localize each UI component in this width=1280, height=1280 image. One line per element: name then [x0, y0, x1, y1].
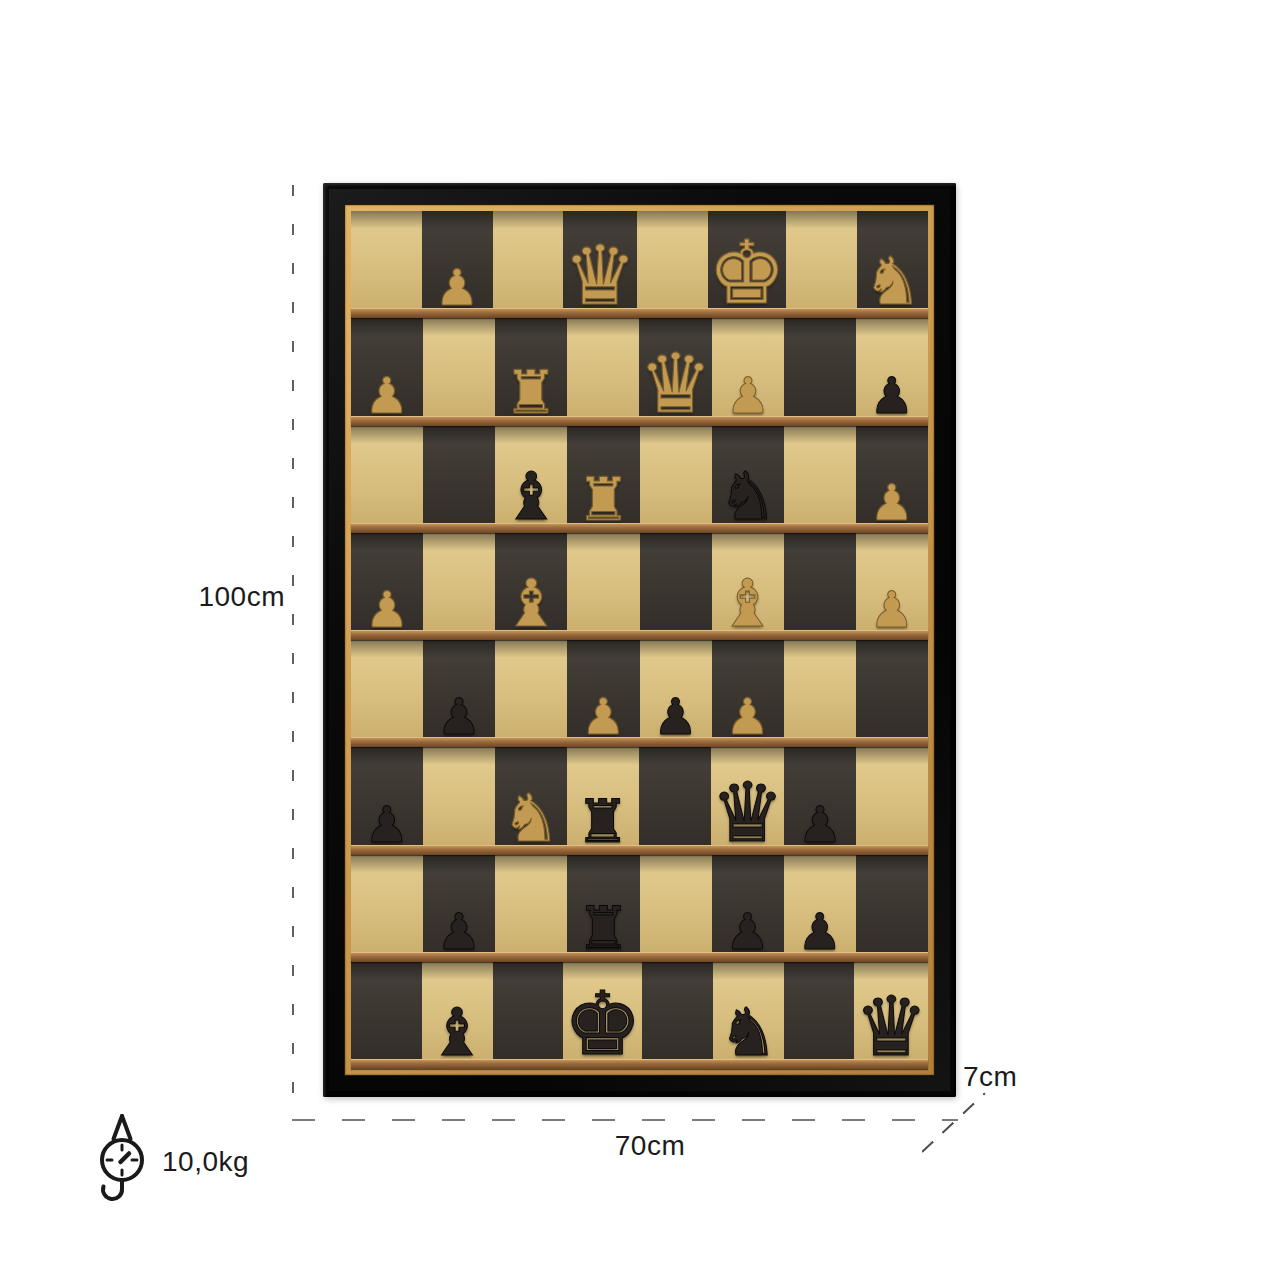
square-e3	[639, 747, 711, 854]
gold-rook: ♜	[504, 362, 558, 422]
hanging-scale-icon	[96, 1112, 148, 1208]
square-h1: ♛	[854, 962, 928, 1069]
square-d8: ♛	[563, 211, 637, 318]
square-d4: ♟	[567, 640, 639, 747]
dark-pawn: ♟	[437, 692, 482, 742]
dark-king: ♚	[563, 980, 642, 1068]
dark-bishop: ♝	[428, 1000, 487, 1066]
dark-pawn: ♟	[437, 907, 482, 957]
square-d2: ♜	[567, 855, 639, 962]
board-rank-3: ♟♞♜♛♟	[351, 747, 928, 854]
gold-knight: ♞	[501, 786, 560, 852]
gold-king: ♚	[708, 229, 787, 317]
square-a6	[351, 426, 423, 533]
square-c1	[493, 962, 564, 1069]
dark-knight: ♞	[719, 1000, 778, 1066]
square-g2: ♟	[784, 855, 856, 962]
gold-pawn: ♟	[435, 263, 480, 313]
dark-rook: ♜	[577, 898, 631, 958]
board-rank-6: ♝♜♞♟	[351, 426, 928, 533]
square-f3: ♛	[711, 747, 785, 854]
square-b8: ♟	[422, 211, 493, 318]
gold-pawn: ♟	[365, 585, 410, 635]
square-b2: ♟	[423, 855, 495, 962]
square-c8	[493, 211, 564, 318]
chess-board: ♟♛♚♞♟♜♛♟♟♝♜♞♟♟♝♝♟♟♟♟♟♟♞♜♛♟♟♜♟♟♝♚♞♛	[351, 211, 928, 1069]
dark-pawn: ♟	[870, 371, 915, 421]
square-e4: ♟	[640, 640, 712, 747]
square-a8	[351, 211, 422, 318]
board-rank-7: ♟♜♛♟♟	[351, 318, 928, 425]
square-g7	[784, 318, 856, 425]
board-rank-5: ♟♝♝♟	[351, 533, 928, 640]
gold-bishop: ♝	[502, 571, 561, 637]
gold-queen: ♛	[639, 343, 713, 425]
square-c6: ♝	[495, 426, 567, 533]
gold-bishop: ♝	[718, 571, 777, 637]
square-a1	[351, 962, 422, 1069]
square-h4	[856, 640, 928, 747]
square-a3: ♟	[351, 747, 423, 854]
square-a7: ♟	[351, 318, 423, 425]
square-e5	[640, 533, 712, 640]
square-c5: ♝	[495, 533, 567, 640]
square-g8	[786, 211, 857, 318]
gold-pawn: ♟	[725, 692, 770, 742]
square-d5	[567, 533, 639, 640]
square-f2: ♟	[712, 855, 784, 962]
square-d7	[567, 318, 639, 425]
square-c4	[495, 640, 567, 747]
depth-dimension-label: 7cm	[963, 1061, 1017, 1093]
gold-queen: ♛	[563, 235, 637, 317]
dark-queen: ♛	[711, 772, 785, 854]
weight-label: 10,0kg	[162, 1146, 249, 1178]
square-c7: ♜	[495, 318, 567, 425]
square-h2	[856, 855, 928, 962]
gold-pawn: ♟	[870, 585, 915, 635]
board-rank-2: ♟♜♟♟	[351, 855, 928, 962]
dark-pawn: ♟	[725, 907, 770, 957]
square-h3	[856, 747, 928, 854]
dark-pawn: ♟	[797, 907, 842, 957]
width-dimension-line	[292, 1119, 958, 1121]
square-e2	[640, 855, 712, 962]
black-picture-frame: ♟♛♚♞♟♜♛♟♟♝♜♞♟♟♝♝♟♟♟♟♟♟♞♜♛♟♟♜♟♟♝♚♞♛	[323, 183, 956, 1097]
square-c2	[495, 855, 567, 962]
square-b1: ♝	[422, 962, 493, 1069]
product-photo-stage: ♟♛♚♞♟♜♛♟♟♝♜♞♟♟♝♝♟♟♟♟♟♟♞♜♛♟♟♜♟♟♝♚♞♛ 100cm…	[0, 0, 1280, 1280]
gold-pawn: ♟	[870, 478, 915, 528]
gold-frame-trim: ♟♛♚♞♟♜♛♟♟♝♜♞♟♟♝♝♟♟♟♟♟♟♞♜♛♟♟♜♟♟♝♚♞♛	[344, 204, 935, 1076]
square-g5	[784, 533, 856, 640]
width-dimension-label: 70cm	[590, 1130, 710, 1162]
gold-knight: ♞	[863, 249, 922, 315]
gold-rook: ♜	[577, 469, 631, 529]
square-b5	[423, 533, 495, 640]
square-g3: ♟	[784, 747, 856, 854]
height-dimension-line	[292, 185, 294, 1120]
square-h6: ♟	[856, 426, 928, 533]
square-g4	[784, 640, 856, 747]
gold-pawn: ♟	[365, 371, 410, 421]
dark-bishop: ♝	[502, 464, 561, 530]
square-f4: ♟	[712, 640, 784, 747]
square-b6	[423, 426, 495, 533]
board-rank-8: ♟♛♚♞	[351, 211, 928, 318]
square-f6: ♞	[712, 426, 784, 533]
board-rank-4: ♟♟♟♟	[351, 640, 928, 747]
square-f5: ♝	[712, 533, 784, 640]
square-h7: ♟	[856, 318, 928, 425]
square-a2	[351, 855, 423, 962]
board-rank-1: ♝♚♞♛	[351, 962, 928, 1069]
square-g1	[784, 962, 855, 1069]
depth-dimension-line	[921, 1093, 985, 1153]
square-g6	[784, 426, 856, 533]
square-e8	[637, 211, 708, 318]
square-f7: ♟	[712, 318, 784, 425]
square-f1: ♞	[713, 962, 784, 1069]
square-e6	[640, 426, 712, 533]
square-d6: ♜	[567, 426, 639, 533]
square-b4: ♟	[423, 640, 495, 747]
square-e1	[642, 962, 713, 1069]
dark-queen: ♛	[854, 986, 928, 1068]
dark-rook: ♜	[576, 791, 630, 851]
height-dimension-label: 100cm	[165, 581, 285, 613]
square-a4	[351, 640, 423, 747]
square-b7	[423, 318, 495, 425]
square-d1: ♚	[563, 962, 642, 1069]
gold-pawn: ♟	[581, 692, 626, 742]
dark-pawn: ♟	[365, 800, 410, 850]
square-h5: ♟	[856, 533, 928, 640]
dark-knight: ♞	[718, 464, 777, 530]
square-d3: ♜	[567, 747, 639, 854]
square-f8: ♚	[708, 211, 787, 318]
square-e7: ♛	[639, 318, 713, 425]
dark-pawn: ♟	[653, 692, 698, 742]
gold-pawn: ♟	[726, 371, 771, 421]
dark-pawn: ♟	[798, 800, 843, 850]
square-c3: ♞	[495, 747, 567, 854]
square-h8: ♞	[857, 211, 928, 318]
square-b3	[423, 747, 495, 854]
square-a5: ♟	[351, 533, 423, 640]
